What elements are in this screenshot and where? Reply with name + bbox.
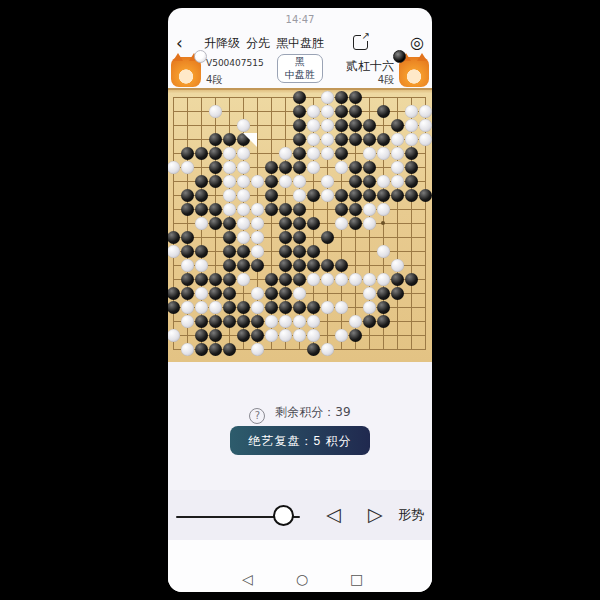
black-stone [307, 301, 320, 314]
black-stone [293, 217, 306, 230]
white-stone [307, 273, 320, 286]
black-stone [363, 119, 376, 132]
black-stone [209, 175, 222, 188]
black-stone [209, 329, 222, 342]
android-back-icon[interactable]: ◁ [242, 571, 253, 587]
white-stone [391, 161, 404, 174]
black-stone [223, 301, 236, 314]
black-stone [307, 343, 320, 356]
white-stone [321, 105, 334, 118]
points-row: ? 剩余积分：39 [168, 404, 432, 424]
white-stone [181, 343, 194, 356]
white-stone [335, 301, 348, 314]
white-stone [363, 203, 376, 216]
white-stone [195, 287, 208, 300]
black-stone [265, 203, 278, 216]
white-stone [363, 287, 376, 300]
black-stone [293, 259, 306, 272]
white-stone [237, 119, 250, 132]
black-stone [265, 301, 278, 314]
white-stone [168, 161, 180, 174]
white-stone [237, 217, 250, 230]
black-stone [293, 133, 306, 146]
players-bar: V500407515 4段 黑 中盘胜 贰杠十六 4段 [168, 56, 432, 88]
black-stone [321, 231, 334, 244]
white-stone [279, 175, 292, 188]
result-badge: 黑 中盘胜 [277, 54, 323, 83]
white-stone [391, 259, 404, 272]
black-stone [209, 133, 222, 146]
result-badge-line2: 中盘胜 [285, 69, 315, 80]
white-stone [223, 161, 236, 174]
white-stone [307, 329, 320, 342]
black-stone [419, 189, 432, 202]
white-stone [237, 161, 250, 174]
black-stone [307, 217, 320, 230]
black-stone [195, 175, 208, 188]
white-stone [391, 147, 404, 160]
white-stone [335, 161, 348, 174]
black-stone [335, 119, 348, 132]
left-player-rank: 4段 [206, 73, 222, 87]
replay-controls: ◁ ▷ 形势 [168, 490, 432, 540]
black-stone [181, 287, 194, 300]
move-slider-knob[interactable] [273, 505, 294, 526]
black-stone [293, 91, 306, 104]
black-stone [293, 273, 306, 286]
white-stone [307, 315, 320, 328]
white-stone [237, 273, 250, 286]
white-stone [349, 315, 362, 328]
white-stone [419, 105, 432, 118]
black-stone [209, 203, 222, 216]
black-stone [223, 343, 236, 356]
white-stone [377, 203, 390, 216]
black-stone [279, 161, 292, 174]
white-stone-indicator [194, 50, 207, 63]
black-stone [279, 287, 292, 300]
black-stone [405, 189, 418, 202]
black-stone [265, 287, 278, 300]
black-stone [293, 105, 306, 118]
white-stone [377, 175, 390, 188]
white-stone [251, 343, 264, 356]
black-stone [405, 161, 418, 174]
black-stone [168, 287, 180, 300]
white-stone [321, 133, 334, 146]
ai-review-button[interactable]: 绝艺复盘：5 积分 [230, 426, 370, 455]
black-stone [363, 133, 376, 146]
black-stone [391, 189, 404, 202]
phone-screen: 14:47 ‹ 升降级 分先 黑中盘胜 ↗ ◎ V500407515 4段 黑 … [168, 8, 432, 592]
black-stone [251, 315, 264, 328]
white-stone [168, 245, 180, 258]
white-stone [335, 217, 348, 230]
white-stone [405, 119, 418, 132]
white-stone [181, 315, 194, 328]
black-stone [209, 147, 222, 160]
white-stone [251, 287, 264, 300]
black-stone [237, 301, 250, 314]
black-stone [349, 133, 362, 146]
black-stone [377, 189, 390, 202]
white-stone [321, 147, 334, 160]
black-stone [279, 203, 292, 216]
black-stone [293, 119, 306, 132]
bottom-area: ◁ ○ □ [168, 540, 432, 592]
white-stone [237, 203, 250, 216]
black-stone [195, 189, 208, 202]
white-stone [293, 287, 306, 300]
white-stone [251, 245, 264, 258]
white-stone [307, 133, 320, 146]
white-stone [293, 329, 306, 342]
black-stone [293, 161, 306, 174]
black-stone [335, 259, 348, 272]
black-stone [293, 245, 306, 258]
black-stone [223, 245, 236, 258]
star-point [381, 221, 385, 225]
black-stone [377, 287, 390, 300]
white-stone [391, 133, 404, 146]
white-stone [237, 231, 250, 244]
white-stone [377, 147, 390, 160]
white-stone [307, 161, 320, 174]
white-stone [223, 147, 236, 160]
black-stone [195, 273, 208, 286]
black-stone [279, 231, 292, 244]
black-stone [391, 287, 404, 300]
white-stone [307, 147, 320, 160]
black-stone [349, 105, 362, 118]
black-stone [391, 119, 404, 132]
white-stone [363, 147, 376, 160]
black-stone [349, 119, 362, 132]
black-stone [307, 189, 320, 202]
black-stone [181, 189, 194, 202]
black-stone [223, 287, 236, 300]
white-stone [168, 329, 180, 342]
white-stone [293, 315, 306, 328]
black-stone [265, 161, 278, 174]
black-stone [237, 329, 250, 342]
header: ‹ 升降级 分先 黑中盘胜 ↗ ◎ [168, 30, 432, 56]
black-stone [223, 133, 236, 146]
black-stone [209, 287, 222, 300]
white-stone [321, 175, 334, 188]
left-player-name: V500407515 [206, 58, 264, 68]
right-player-rank: 4段 [378, 73, 394, 87]
white-stone [391, 175, 404, 188]
black-stone [181, 245, 194, 258]
black-stone [195, 203, 208, 216]
black-stone [251, 259, 264, 272]
black-stone [181, 231, 194, 244]
white-stone [405, 133, 418, 146]
white-stone [321, 119, 334, 132]
white-stone [209, 105, 222, 118]
white-stone [363, 217, 376, 230]
black-stone [307, 245, 320, 258]
black-stone [363, 315, 376, 328]
black-stone [335, 147, 348, 160]
white-stone [237, 189, 250, 202]
white-stone [321, 189, 334, 202]
black-stone [335, 203, 348, 216]
android-home-icon[interactable]: ○ [296, 571, 308, 587]
black-stone [279, 301, 292, 314]
situation-button[interactable]: 形势 [398, 506, 424, 524]
status-bar: 14:47 [168, 8, 432, 32]
white-stone [195, 217, 208, 230]
prev-move-button[interactable]: ◁ [326, 503, 341, 525]
black-stone [293, 301, 306, 314]
white-stone [293, 175, 306, 188]
black-stone [349, 161, 362, 174]
white-stone [293, 189, 306, 202]
white-stone [265, 329, 278, 342]
black-stone [349, 189, 362, 202]
black-stone [209, 343, 222, 356]
black-stone [195, 329, 208, 342]
white-stone [279, 147, 292, 160]
white-stone [279, 315, 292, 328]
black-stone [279, 259, 292, 272]
page-title: 黑中盘胜 [168, 30, 432, 56]
black-stone [349, 329, 362, 342]
black-stone [223, 259, 236, 272]
white-stone [223, 203, 236, 216]
white-stone [195, 301, 208, 314]
white-stone [321, 91, 334, 104]
black-stone [279, 217, 292, 230]
black-stone [405, 175, 418, 188]
result-badge-line1: 黑 [295, 56, 305, 67]
white-stone [377, 245, 390, 258]
white-stone [349, 273, 362, 286]
white-stone [321, 273, 334, 286]
white-stone [265, 315, 278, 328]
black-stone [223, 217, 236, 230]
black-stone [209, 217, 222, 230]
black-stone [405, 273, 418, 286]
black-stone [363, 175, 376, 188]
black-stone [209, 315, 222, 328]
black-stone [377, 105, 390, 118]
white-stone [251, 231, 264, 244]
black-stone [363, 189, 376, 202]
black-stone [293, 147, 306, 160]
black-stone [195, 315, 208, 328]
black-stone [335, 133, 348, 146]
share-icon[interactable]: ↗ [353, 35, 368, 50]
white-stone [307, 119, 320, 132]
white-stone [335, 329, 348, 342]
android-recent-icon[interactable]: □ [350, 571, 363, 587]
black-stone [265, 175, 278, 188]
black-stone [168, 231, 180, 244]
black-stone-indicator [393, 50, 406, 63]
white-stone [181, 301, 194, 314]
black-stone [321, 259, 334, 272]
black-stone [181, 203, 194, 216]
info-panel: ? 剩余积分：39 绝艺复盘：5 积分 [168, 362, 432, 490]
black-stone [181, 273, 194, 286]
black-stone [265, 273, 278, 286]
black-stone [349, 91, 362, 104]
black-stone [209, 161, 222, 174]
black-stone [181, 147, 194, 160]
white-stone [335, 273, 348, 286]
black-stone [335, 91, 348, 104]
white-stone [251, 175, 264, 188]
black-stone [223, 231, 236, 244]
black-stone [237, 245, 250, 258]
help-icon[interactable]: ? [249, 408, 265, 424]
black-stone [195, 343, 208, 356]
white-stone [419, 119, 432, 132]
last-move-marker [243, 133, 257, 147]
white-stone [181, 161, 194, 174]
black-stone [349, 175, 362, 188]
white-stone [195, 259, 208, 272]
white-stone [321, 343, 334, 356]
goban[interactable] [168, 88, 432, 362]
clock: 14:47 [286, 14, 315, 25]
white-stone [419, 133, 432, 146]
black-stone [168, 301, 180, 314]
black-stone [279, 273, 292, 286]
white-stone [223, 175, 236, 188]
white-stone [405, 105, 418, 118]
black-stone [377, 133, 390, 146]
black-stone [265, 189, 278, 202]
white-stone [307, 105, 320, 118]
white-stone [363, 301, 376, 314]
black-stone [405, 147, 418, 160]
black-stone [223, 273, 236, 286]
points-label: 剩余积分：39 [275, 405, 350, 419]
next-move-button[interactable]: ▷ [368, 503, 383, 525]
black-stone [195, 147, 208, 160]
black-stone [377, 315, 390, 328]
black-stone [209, 273, 222, 286]
white-stone [181, 259, 194, 272]
black-stone [279, 245, 292, 258]
black-stone [307, 259, 320, 272]
black-stone [335, 105, 348, 118]
white-stone [251, 217, 264, 230]
white-stone [251, 301, 264, 314]
white-stone [377, 273, 390, 286]
black-stone [293, 203, 306, 216]
black-stone [237, 259, 250, 272]
black-stone [195, 245, 208, 258]
white-stone [237, 147, 250, 160]
white-stone [223, 189, 236, 202]
black-stone [251, 329, 264, 342]
black-stone [293, 231, 306, 244]
white-stone [363, 273, 376, 286]
white-stone [279, 329, 292, 342]
black-stone [377, 301, 390, 314]
black-stone [349, 203, 362, 216]
black-stone [335, 189, 348, 202]
white-stone [209, 301, 222, 314]
black-stone [349, 217, 362, 230]
white-stone [237, 175, 250, 188]
black-stone [391, 273, 404, 286]
black-stone [223, 315, 236, 328]
white-stone [251, 203, 264, 216]
black-stone [237, 315, 250, 328]
android-nav: ◁ ○ □ [168, 570, 432, 592]
white-stone [321, 301, 334, 314]
black-stone [363, 161, 376, 174]
